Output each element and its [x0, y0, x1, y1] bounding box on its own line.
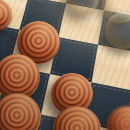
checkers-board-photo [0, 0, 130, 130]
